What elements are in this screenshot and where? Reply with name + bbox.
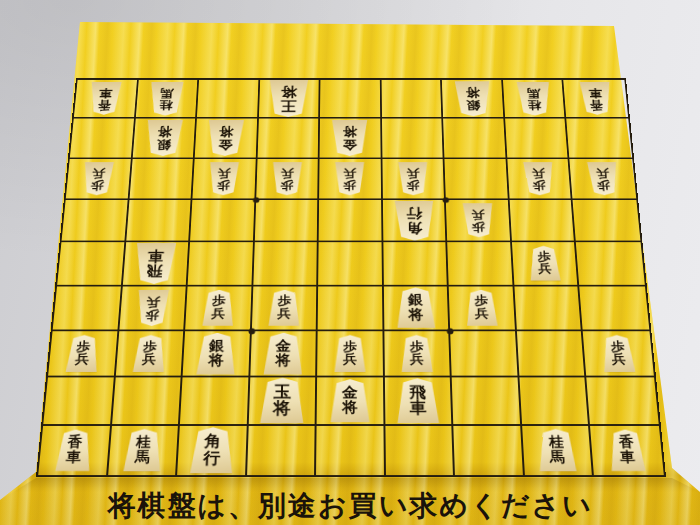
cell-5g[interactable]: 歩兵 (317, 331, 384, 377)
cell-1i[interactable]: 香車 (590, 426, 663, 475)
cell-7a[interactable] (197, 80, 260, 119)
cell-9g[interactable]: 歩兵 (48, 331, 119, 377)
cell-8c[interactable] (129, 159, 195, 200)
cell-8e[interactable]: 飛車 (122, 242, 190, 286)
cell-3c[interactable] (445, 159, 510, 200)
cell-9d[interactable] (61, 200, 129, 242)
piece-歩兵-sente[interactable]: 歩兵 (131, 335, 167, 372)
piece-香車-sente[interactable]: 香車 (607, 429, 647, 471)
piece-歩兵-sente[interactable]: 歩兵 (600, 335, 637, 372)
piece-王将-gote[interactable]: 王将 (267, 80, 310, 117)
cell-2h[interactable] (519, 378, 590, 426)
piece-銀将-sente[interactable]: 銀将 (395, 288, 437, 328)
cell-3i[interactable] (454, 426, 525, 475)
cell-3b[interactable] (443, 119, 507, 159)
cell-6a[interactable]: 王将 (259, 80, 321, 119)
piece-歩兵-gote[interactable]: 歩兵 (586, 162, 621, 195)
piece-金将-gote[interactable]: 金将 (206, 120, 246, 156)
cell-1b[interactable] (567, 119, 633, 159)
piece-銀将-gote[interactable]: 銀将 (453, 81, 492, 116)
piece-香車-gote[interactable]: 香車 (578, 82, 613, 115)
piece-銀将-sente[interactable]: 銀将 (195, 333, 238, 375)
cell-6e[interactable] (253, 242, 319, 286)
cell-5f[interactable] (318, 286, 384, 331)
cell-1h[interactable] (587, 378, 659, 426)
piece-角行-sente[interactable]: 角行 (188, 427, 236, 473)
cell-4i[interactable] (385, 426, 455, 475)
cell-8d[interactable] (126, 200, 193, 242)
piece-歩兵-gote[interactable]: 歩兵 (334, 162, 366, 195)
cell-6d[interactable] (254, 200, 319, 242)
cell-2g[interactable] (517, 331, 587, 377)
cell-6i[interactable] (247, 426, 317, 475)
cell-2f[interactable] (514, 286, 583, 331)
cell-9b[interactable] (70, 119, 136, 159)
caption: 将棋盤は、別途お買い求めください (0, 488, 700, 524)
cell-7f[interactable]: 歩兵 (185, 286, 253, 331)
piece-歩兵-sente[interactable]: 歩兵 (333, 335, 367, 372)
board-grid: 香車桂馬王将銀将桂馬香車銀将金将金将歩兵歩兵歩兵歩兵歩兵歩兵歩兵角行歩兵飛車歩兵… (36, 78, 666, 477)
cell-3f[interactable]: 歩兵 (449, 286, 517, 331)
cell-8h[interactable] (112, 378, 183, 426)
piece-玉将-sente[interactable]: 玉将 (258, 378, 306, 424)
cell-3g[interactable] (450, 331, 519, 377)
star-point (447, 328, 454, 334)
cell-4e[interactable] (383, 242, 449, 286)
cell-2c[interactable]: 歩兵 (507, 159, 573, 200)
cell-4b[interactable] (382, 119, 445, 159)
piece-歩兵-gote[interactable]: 歩兵 (522, 162, 556, 195)
photo-stage: 香車桂馬王将銀将桂馬香車銀将金将金将歩兵歩兵歩兵歩兵歩兵歩兵歩兵角行歩兵飛車歩兵… (0, 0, 700, 525)
cell-7h[interactable] (180, 378, 250, 426)
cell-5e[interactable] (318, 242, 383, 286)
cell-4g[interactable]: 歩兵 (384, 331, 452, 377)
cell-2i[interactable]: 桂馬 (522, 426, 594, 475)
piece-歩兵-sente[interactable]: 歩兵 (527, 246, 562, 281)
cell-6h[interactable]: 玉将 (248, 378, 317, 426)
cell-1g[interactable]: 歩兵 (583, 331, 654, 377)
piece-歩兵-gote[interactable]: 歩兵 (461, 203, 495, 237)
cell-5h[interactable]: 金将 (317, 378, 385, 426)
cell-3a[interactable]: 銀将 (442, 80, 505, 119)
piece-歩兵-sente[interactable]: 歩兵 (201, 290, 236, 326)
piece-金将-sente[interactable]: 金将 (262, 333, 304, 375)
cell-7g[interactable]: 銀将 (183, 331, 252, 377)
cell-9i[interactable]: 香車 (38, 426, 111, 475)
cell-7i[interactable]: 角行 (177, 426, 248, 475)
cell-1d[interactable] (573, 200, 641, 242)
cell-4h[interactable]: 飛車 (385, 378, 454, 426)
cell-9e[interactable] (57, 242, 126, 286)
cell-4d[interactable]: 角行 (383, 200, 448, 242)
cell-8b[interactable]: 銀将 (132, 119, 197, 159)
cell-6b[interactable] (257, 119, 320, 159)
piece-歩兵-gote[interactable]: 歩兵 (81, 162, 116, 195)
cell-5a[interactable] (320, 80, 382, 119)
cell-6g[interactable]: 金将 (250, 331, 318, 377)
cell-9c[interactable]: 歩兵 (66, 159, 133, 200)
piece-金将-gote[interactable]: 金将 (331, 120, 370, 156)
cell-8a[interactable]: 桂馬 (135, 80, 199, 119)
cell-7b[interactable]: 金将 (195, 119, 259, 159)
cell-8g[interactable]: 歩兵 (115, 331, 185, 377)
piece-桂馬-sente[interactable]: 桂馬 (122, 429, 165, 472)
cell-1a[interactable]: 香車 (564, 80, 629, 119)
piece-角行-gote[interactable]: 角行 (393, 201, 436, 241)
cell-9f[interactable] (53, 286, 123, 331)
cell-4c[interactable]: 歩兵 (382, 159, 446, 200)
cell-6f[interactable]: 歩兵 (252, 286, 319, 331)
cell-1c[interactable]: 歩兵 (570, 159, 637, 200)
cell-9a[interactable]: 香車 (74, 80, 139, 119)
cell-6c[interactable]: 歩兵 (256, 159, 320, 200)
piece-銀将-gote[interactable]: 銀将 (143, 120, 184, 156)
cell-3d[interactable]: 歩兵 (446, 200, 512, 242)
cell-9h[interactable] (43, 378, 115, 426)
piece-飛車-gote[interactable]: 飛車 (133, 243, 179, 284)
piece-歩兵-sente[interactable]: 歩兵 (64, 335, 101, 372)
cell-7c[interactable]: 歩兵 (192, 159, 257, 200)
cell-4f[interactable]: 銀将 (384, 286, 451, 331)
cell-8i[interactable]: 桂馬 (108, 426, 180, 475)
cell-2e[interactable]: 歩兵 (512, 242, 580, 286)
piece-桂馬-gote[interactable]: 桂馬 (515, 82, 552, 115)
piece-桂馬-sente[interactable]: 桂馬 (536, 429, 578, 472)
board-grid-perspective: 香車桂馬王将銀将桂馬香車銀将金将金将歩兵歩兵歩兵歩兵歩兵歩兵歩兵角行歩兵飛車歩兵… (36, 78, 666, 477)
piece-歩兵-sente[interactable]: 歩兵 (267, 290, 301, 326)
cell-3e[interactable] (448, 242, 515, 286)
cell-5d[interactable] (319, 200, 383, 242)
cell-8f[interactable]: 歩兵 (119, 286, 188, 331)
piece-桂馬-gote[interactable]: 桂馬 (148, 82, 185, 115)
piece-香車-sente[interactable]: 香車 (54, 429, 94, 471)
piece-歩兵-gote[interactable]: 歩兵 (208, 162, 241, 195)
piece-歩兵-sente[interactable]: 歩兵 (400, 335, 434, 372)
cell-5b[interactable]: 金将 (320, 119, 382, 159)
cell-3h[interactable] (452, 378, 522, 426)
piece-歩兵-gote[interactable]: 歩兵 (135, 290, 171, 326)
piece-歩兵-sente[interactable]: 歩兵 (464, 290, 499, 326)
cell-1f[interactable] (580, 286, 650, 331)
cell-2a[interactable]: 桂馬 (503, 80, 567, 119)
piece-金将-sente[interactable]: 金将 (329, 379, 371, 422)
cell-5c[interactable]: 歩兵 (319, 159, 382, 200)
piece-歩兵-gote[interactable]: 歩兵 (271, 162, 303, 195)
star-point (443, 197, 450, 203)
cell-2b[interactable] (505, 119, 570, 159)
piece-香車-gote[interactable]: 香車 (88, 82, 123, 115)
piece-飛車-sente[interactable]: 飛車 (395, 378, 441, 423)
cell-4a[interactable] (381, 80, 443, 119)
cell-7e[interactable] (188, 242, 255, 286)
piece-歩兵-gote[interactable]: 歩兵 (397, 162, 429, 195)
cell-2d[interactable] (510, 200, 577, 242)
cell-5i[interactable] (316, 426, 386, 475)
cell-7d[interactable] (190, 200, 256, 242)
cell-1e[interactable] (576, 242, 645, 286)
